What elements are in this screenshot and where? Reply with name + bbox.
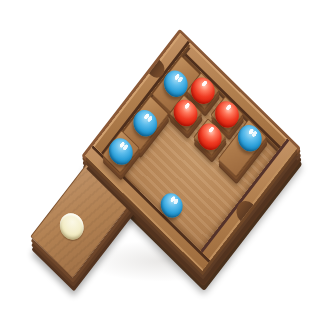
drawer-dot xyxy=(55,208,88,245)
photo-frame: Wooden Khun Phaen (Klotski-style) slidin… xyxy=(0,0,320,320)
